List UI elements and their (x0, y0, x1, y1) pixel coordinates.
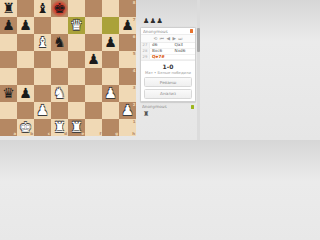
white-bishop-c6[interactable]: ♝ (34, 34, 51, 51)
scrollbar-thumb[interactable] (197, 28, 200, 52)
square-b3[interactable]: ♟ (17, 85, 34, 102)
black-rook-a8[interactable]: ♜ (0, 0, 17, 17)
move-list[interactable]: 27d6Qa328Bxc6Nxd629Qe7# (141, 43, 195, 60)
square-e2[interactable] (68, 102, 85, 119)
square-h6[interactable]: 6 (119, 34, 136, 51)
square-f3[interactable] (85, 85, 102, 102)
square-c1[interactable]: c (34, 119, 51, 136)
prev-move-button[interactable]: ◀ (166, 35, 169, 42)
square-h1[interactable]: 1h (119, 119, 136, 136)
first-move-button[interactable]: ⏮ (160, 35, 164, 42)
square-f8[interactable] (85, 0, 102, 17)
black-bishop-c8[interactable]: ♝ (34, 0, 51, 17)
side-panel: ♟♟♟ Anonymous ⟲⏮◀▶⏭ 27d6Qa328Bxc6Nxd629Q… (140, 0, 196, 140)
white-knight-d3[interactable]: ♞ (51, 85, 68, 102)
square-h7[interactable]: 7♟ (119, 17, 136, 34)
square-d8[interactable]: ♚ (51, 0, 68, 17)
square-c7[interactable] (34, 17, 51, 34)
coord-rank-4: 4 (133, 69, 136, 73)
square-h3[interactable]: 3 (119, 85, 136, 102)
flip-board-button[interactable]: ⟲ (154, 35, 158, 42)
coord-file-a: a (14, 132, 17, 136)
coord-file-c: c (48, 132, 50, 136)
player-badge-top-icon (190, 29, 194, 33)
square-a8[interactable]: ♜ (0, 0, 17, 17)
player-row-bottom: Anonymous (140, 103, 196, 110)
square-f2[interactable] (85, 102, 102, 119)
black-pawn-b7[interactable]: ♟ (17, 17, 34, 34)
square-f5[interactable]: ♟ (85, 51, 102, 68)
square-g4[interactable] (102, 68, 119, 85)
square-b8[interactable] (17, 0, 34, 17)
square-c3[interactable] (34, 85, 51, 102)
square-e8[interactable] (68, 0, 85, 17)
black-pawn-f5[interactable]: ♟ (85, 51, 102, 68)
coord-file-g: g (115, 132, 118, 136)
square-d3[interactable]: ♞ (51, 85, 68, 102)
square-b6[interactable] (17, 34, 34, 51)
white-pawn-h2[interactable]: ♟ (119, 102, 136, 119)
square-a4[interactable] (0, 68, 17, 85)
coord-rank-1: 1 (133, 120, 136, 124)
chess-board[interactable]: ♜♝♚8♟♟♛7♟♝♞♟6♟54♛♟♞♟3♟2♟ab♚cd♜e♜fg1h (0, 0, 136, 136)
captured-pawn-icon: ♟ (157, 17, 163, 25)
game-result: 1-0 (141, 63, 195, 70)
square-g3[interactable]: ♟ (102, 85, 119, 102)
coord-rank-8: 8 (133, 1, 136, 5)
analysis-button[interactable]: Анализ (144, 89, 192, 99)
player-badge-bottom-icon (191, 105, 195, 109)
player-name-bottom: Anonymous (142, 104, 191, 109)
square-e5[interactable] (68, 51, 85, 68)
square-a7[interactable]: ♟ (0, 17, 17, 34)
square-f4[interactable] (85, 68, 102, 85)
game-card: Anonymous ⟲⏮◀▶⏭ 27d6Qa328Bxc6Nxd629Qe7# … (140, 27, 196, 102)
square-b5[interactable] (17, 51, 34, 68)
square-h5[interactable]: 5 (119, 51, 136, 68)
white-pawn-c2[interactable]: ♟ (34, 102, 51, 119)
rematch-button[interactable]: Реванш (144, 77, 192, 87)
white-queen-e7[interactable]: ♛ (68, 17, 85, 34)
player-row-top: Anonymous (141, 28, 195, 35)
white-rook-d1[interactable]: ♜ (51, 119, 68, 136)
move-number: 29 (141, 55, 150, 60)
black-pawn-b3[interactable]: ♟ (17, 85, 34, 102)
black-pawn-h7[interactable]: ♟ (119, 17, 136, 34)
square-b2[interactable] (17, 102, 34, 119)
square-g1[interactable]: g (102, 119, 119, 136)
square-h2[interactable]: 2♟ (119, 102, 136, 119)
last-move-button[interactable]: ⏭ (178, 35, 182, 42)
white-king-b1[interactable]: ♚ (17, 119, 34, 136)
page-scrollbar[interactable] (197, 0, 200, 140)
captured-rook-icon: ♜ (143, 110, 149, 118)
square-f1[interactable]: f (85, 119, 102, 136)
square-g8[interactable] (102, 0, 119, 17)
captured-pieces-top: ♟♟♟ (140, 17, 196, 25)
square-e1[interactable]: e♜ (68, 119, 85, 136)
move-row-29: 29Qe7# (141, 55, 195, 61)
square-a6[interactable] (0, 34, 17, 51)
game-status-text: Мат • Белые победили (141, 70, 195, 75)
move-29-white[interactable]: Qe7# (150, 55, 173, 60)
black-queen-a3[interactable]: ♛ (0, 85, 17, 102)
white-pawn-g3[interactable]: ♟ (102, 85, 119, 102)
square-g5[interactable] (102, 51, 119, 68)
coord-rank-6: 6 (133, 35, 136, 39)
square-f7[interactable] (85, 17, 102, 34)
player-name-top: Anonymous (143, 29, 190, 34)
coord-file-f: f (99, 132, 101, 136)
coord-rank-5: 5 (133, 52, 136, 56)
square-g6[interactable]: ♟ (102, 34, 119, 51)
square-d5[interactable] (51, 51, 68, 68)
captured-pawn-icon: ♟ (143, 17, 149, 25)
move-28-white[interactable]: Bxc6 (150, 49, 173, 54)
square-h8[interactable]: 8 (119, 0, 136, 17)
square-b1[interactable]: b♚ (17, 119, 34, 136)
square-g7[interactable] (102, 17, 119, 34)
black-pawn-g6[interactable]: ♟ (102, 34, 119, 51)
move-number: 28 (141, 49, 150, 54)
square-b7[interactable]: ♟ (17, 17, 34, 34)
square-d1[interactable]: d♜ (51, 119, 68, 136)
square-c5[interactable] (34, 51, 51, 68)
square-e4[interactable] (68, 68, 85, 85)
move-28-black[interactable]: Nxd6 (173, 49, 196, 54)
captured-pawn-icon: ♟ (150, 17, 156, 25)
move-nav-toolbar: ⟲⏮◀▶⏭ (141, 35, 195, 43)
square-e3[interactable] (68, 85, 85, 102)
square-d4[interactable] (51, 68, 68, 85)
square-d2[interactable] (51, 102, 68, 119)
white-rook-e1[interactable]: ♜ (68, 119, 85, 136)
square-a1[interactable]: a (0, 119, 17, 136)
square-h4[interactable]: 4 (119, 68, 136, 85)
square-g2[interactable] (102, 102, 119, 119)
next-move-button[interactable]: ▶ (172, 35, 175, 42)
captured-pieces-bottom: ♜ (140, 110, 196, 118)
square-f6[interactable] (85, 34, 102, 51)
square-c4[interactable] (34, 68, 51, 85)
black-king-d8[interactable]: ♚ (51, 0, 68, 17)
coord-file-h: h (132, 132, 135, 136)
square-d6[interactable]: ♞ (51, 34, 68, 51)
square-e7[interactable]: ♛ (68, 17, 85, 34)
square-c8[interactable]: ♝ (34, 0, 51, 17)
square-e6[interactable] (68, 34, 85, 51)
black-knight-d6[interactable]: ♞ (51, 34, 68, 51)
square-d7[interactable] (51, 17, 68, 34)
square-a5[interactable] (0, 51, 17, 68)
square-c2[interactable]: ♟ (34, 102, 51, 119)
result-block: 1-0 Мат • Белые победили (141, 60, 195, 76)
square-a2[interactable] (0, 102, 17, 119)
square-c6[interactable]: ♝ (34, 34, 51, 51)
square-b4[interactable] (17, 68, 34, 85)
black-pawn-a7[interactable]: ♟ (0, 17, 17, 34)
square-a3[interactable]: ♛ (0, 85, 17, 102)
coord-rank-3: 3 (133, 86, 136, 90)
